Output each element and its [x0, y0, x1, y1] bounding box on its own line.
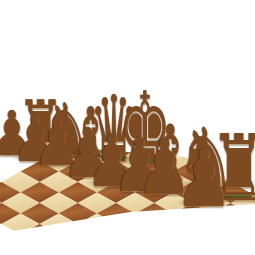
- pieces-layer: ♜♞♟♝♛♟♚♟♟♝♟♞♟♟♜♟: [0, 0, 255, 255]
- piece-pawn-h7: ♟: [171, 139, 237, 219]
- chess-set-photo: Low-angle photo of the dark sheesham-woo…: [0, 0, 255, 255]
